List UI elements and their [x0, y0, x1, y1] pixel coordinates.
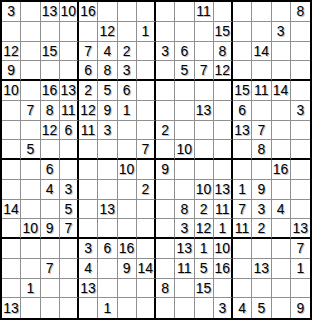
empty-cell-r11c5[interactable]: [79, 200, 98, 220]
empty-cell-r14c6[interactable]: [98, 259, 117, 279]
given-cell-r12c3: 9: [41, 219, 60, 239]
empty-cell-r9c8[interactable]: [137, 160, 156, 180]
given-cell-r7c6: 3: [98, 121, 117, 141]
empty-cell-r5c11[interactable]: [195, 81, 214, 101]
empty-cell-r12c15[interactable]: [272, 219, 291, 239]
empty-cell-r2c3[interactable]: [41, 22, 60, 42]
empty-cell-r8c5[interactable]: [79, 140, 98, 160]
given-cell-r3c5: 7: [79, 42, 98, 62]
empty-cell-r5c16[interactable]: [291, 81, 310, 101]
empty-cell-r1c14[interactable]: [252, 2, 271, 22]
empty-cell-r7c8[interactable]: [137, 121, 156, 141]
empty-cell-r13c3[interactable]: [41, 239, 60, 259]
given-cell-r2c6: 12: [98, 22, 117, 42]
empty-cell-r6c1[interactable]: [2, 101, 21, 121]
empty-cell-r2c14[interactable]: [252, 22, 271, 42]
empty-cell-r4c13[interactable]: [233, 61, 252, 81]
given-cell-r7c5: 11: [79, 121, 98, 141]
empty-cell-r7c16[interactable]: [291, 121, 310, 141]
empty-cell-r1c10[interactable]: [175, 2, 194, 22]
given-cell-r8c2: 5: [21, 140, 40, 160]
given-cell-r3c9: 3: [156, 42, 175, 62]
empty-cell-r16c5[interactable]: [79, 298, 98, 318]
empty-cell-r12c1[interactable]: [2, 219, 21, 239]
empty-cell-r10c1[interactable]: [2, 180, 21, 200]
given-cell-r11c15: 4: [272, 200, 291, 220]
empty-cell-r1c8[interactable]: [137, 2, 156, 22]
empty-cell-r11c7[interactable]: [118, 200, 137, 220]
given-cell-r14c11: 5: [195, 259, 214, 279]
given-cell-r5c6: 5: [98, 81, 117, 101]
empty-cell-r12c6[interactable]: [98, 219, 117, 239]
empty-cell-r1c9[interactable]: [156, 2, 175, 22]
empty-cell-r12c5[interactable]: [79, 219, 98, 239]
empty-cell-r5c2[interactable]: [21, 81, 40, 101]
given-cell-r10c3: 4: [41, 180, 60, 200]
empty-cell-r8c9[interactable]: [156, 140, 175, 160]
empty-cell-r4c2[interactable]: [21, 61, 40, 81]
empty-cell-r7c7[interactable]: [118, 121, 137, 141]
given-cell-r5c1: 10: [2, 81, 21, 101]
empty-cell-r15c14[interactable]: [252, 279, 271, 299]
given-cell-r14c14: 13: [252, 259, 271, 279]
given-cell-r14c12: 16: [214, 259, 233, 279]
empty-cell-r6c12[interactable]: [214, 101, 233, 121]
empty-cell-r10c7[interactable]: [118, 180, 137, 200]
empty-cell-r16c11[interactable]: [195, 298, 214, 318]
given-cell-r6c4: 11: [60, 101, 79, 121]
empty-cell-r12c7[interactable]: [118, 219, 137, 239]
empty-cell-r7c2[interactable]: [21, 121, 40, 141]
empty-cell-r4c8[interactable]: [137, 61, 156, 81]
empty-cell-r15c4[interactable]: [60, 279, 79, 299]
given-cell-r4c10: 5: [175, 61, 194, 81]
empty-cell-r8c15[interactable]: [272, 140, 291, 160]
given-cell-r11c13: 7: [233, 200, 252, 220]
empty-cell-r6c10[interactable]: [175, 101, 194, 121]
empty-cell-r11c8[interactable]: [137, 200, 156, 220]
given-cell-r6c3: 8: [41, 101, 60, 121]
given-cell-r14c8: 14: [137, 259, 156, 279]
empty-cell-r8c7[interactable]: [118, 140, 137, 160]
empty-cell-r2c4[interactable]: [60, 22, 79, 42]
given-cell-r7c4: 6: [60, 121, 79, 141]
empty-cell-r1c12[interactable]: [214, 2, 233, 22]
given-cell-r16c13: 4: [233, 298, 252, 318]
empty-cell-r3c16[interactable]: [291, 42, 310, 62]
given-cell-r14c16: 1: [291, 259, 310, 279]
empty-cell-r14c2[interactable]: [21, 259, 40, 279]
given-cell-r12c13: 11: [233, 219, 252, 239]
empty-cell-r10c9[interactable]: [156, 180, 175, 200]
given-cell-r7c3: 12: [41, 121, 60, 141]
empty-cell-r15c16[interactable]: [291, 279, 310, 299]
empty-cell-r13c15[interactable]: [272, 239, 291, 259]
given-cell-r11c6: 13: [98, 200, 117, 220]
empty-cell-r10c6[interactable]: [98, 180, 117, 200]
empty-cell-r16c4[interactable]: [60, 298, 79, 318]
given-cell-r1c3: 13: [41, 2, 60, 22]
empty-cell-r1c13[interactable]: [233, 2, 252, 22]
empty-cell-r1c15[interactable]: [272, 2, 291, 22]
empty-cell-r6c9[interactable]: [156, 101, 175, 121]
empty-cell-r9c5[interactable]: [79, 160, 98, 180]
given-cell-r11c12: 11: [214, 200, 233, 220]
empty-cell-r4c3[interactable]: [41, 61, 60, 81]
given-cell-r15c2: 1: [21, 279, 40, 299]
empty-cell-r6c8[interactable]: [137, 101, 156, 121]
empty-cell-r2c13[interactable]: [233, 22, 252, 42]
empty-cell-r9c11[interactable]: [195, 160, 214, 180]
empty-cell-r5c10[interactable]: [175, 81, 194, 101]
empty-cell-r10c16[interactable]: [291, 180, 310, 200]
given-cell-r6c7: 1: [118, 101, 137, 121]
given-cell-r14c7: 9: [118, 259, 137, 279]
empty-cell-r3c11[interactable]: [195, 42, 214, 62]
empty-cell-r2c2[interactable]: [21, 22, 40, 42]
given-cell-r10c11: 10: [195, 180, 214, 200]
empty-cell-r11c16[interactable]: [291, 200, 310, 220]
empty-cell-r15c1[interactable]: [2, 279, 21, 299]
empty-cell-r1c7[interactable]: [118, 2, 137, 22]
empty-cell-r10c5[interactable]: [79, 180, 98, 200]
empty-cell-r6c14[interactable]: [252, 101, 271, 121]
given-cell-r10c13: 1: [233, 180, 252, 200]
empty-cell-r3c8[interactable]: [137, 42, 156, 62]
given-cell-r13c12: 10: [214, 239, 233, 259]
empty-cell-r9c12[interactable]: [214, 160, 233, 180]
given-cell-r3c6: 4: [98, 42, 117, 62]
given-cell-r6c6: 9: [98, 101, 117, 121]
empty-cell-r4c4[interactable]: [60, 61, 79, 81]
empty-cell-r10c15[interactable]: [272, 180, 291, 200]
given-cell-r6c16: 3: [291, 101, 310, 121]
given-cell-r2c8: 1: [137, 22, 156, 42]
empty-cell-r3c4[interactable]: [60, 42, 79, 62]
given-cell-r5c13: 15: [233, 81, 252, 101]
given-cell-r15c9: 8: [156, 279, 175, 299]
empty-cell-r13c14[interactable]: [252, 239, 271, 259]
given-cell-r13c5: 3: [79, 239, 98, 259]
given-cell-r14c5: 4: [79, 259, 98, 279]
given-cell-r9c15: 16: [272, 160, 291, 180]
given-cell-r1c4: 10: [60, 2, 79, 22]
empty-cell-r5c9[interactable]: [156, 81, 175, 101]
empty-cell-r8c4[interactable]: [60, 140, 79, 160]
empty-cell-r9c10[interactable]: [175, 160, 194, 180]
given-cell-r7c14: 7: [252, 121, 271, 141]
empty-cell-r5c12[interactable]: [214, 81, 233, 101]
empty-cell-r15c6[interactable]: [98, 279, 117, 299]
given-cell-r3c10: 6: [175, 42, 194, 62]
empty-cell-r15c7[interactable]: [118, 279, 137, 299]
given-cell-r1c16: 8: [291, 2, 310, 22]
empty-cell-r13c2[interactable]: [21, 239, 40, 259]
empty-cell-r9c14[interactable]: [252, 160, 271, 180]
given-cell-r10c12: 13: [214, 180, 233, 200]
given-cell-r3c12: 8: [214, 42, 233, 62]
given-cell-r15c11: 15: [195, 279, 214, 299]
empty-cell-r6c15[interactable]: [272, 101, 291, 121]
empty-cell-r3c13[interactable]: [233, 42, 252, 62]
given-cell-r10c8: 2: [137, 180, 156, 200]
given-cell-r12c11: 12: [195, 219, 214, 239]
given-cell-r12c2: 10: [21, 219, 40, 239]
empty-cell-r16c3[interactable]: [41, 298, 60, 318]
given-cell-r4c7: 3: [118, 61, 137, 81]
given-cell-r5c15: 14: [272, 81, 291, 101]
empty-cell-r10c2[interactable]: [21, 180, 40, 200]
empty-cell-r15c15[interactable]: [272, 279, 291, 299]
given-cell-r5c7: 6: [118, 81, 137, 101]
empty-cell-r4c14[interactable]: [252, 61, 271, 81]
empty-cell-r11c2[interactable]: [21, 200, 40, 220]
empty-cell-r16c2[interactable]: [21, 298, 40, 318]
empty-cell-r4c9[interactable]: [156, 61, 175, 81]
empty-cell-r16c7[interactable]: [118, 298, 137, 318]
given-cell-r3c7: 2: [118, 42, 137, 62]
empty-cell-r7c10[interactable]: [175, 121, 194, 141]
given-cell-r5c5: 2: [79, 81, 98, 101]
given-cell-r5c14: 11: [252, 81, 271, 101]
empty-cell-r10c10[interactable]: [175, 180, 194, 200]
given-cell-r11c1: 14: [2, 200, 21, 220]
empty-cell-r16c8[interactable]: [137, 298, 156, 318]
empty-cell-r3c15[interactable]: [272, 42, 291, 62]
given-cell-r13c10: 13: [175, 239, 194, 259]
given-cell-r5c3: 16: [41, 81, 60, 101]
given-cell-r7c13: 13: [233, 121, 252, 141]
empty-cell-r16c15[interactable]: [272, 298, 291, 318]
given-cell-r6c11: 13: [195, 101, 214, 121]
given-cell-r16c16: 9: [291, 298, 310, 318]
empty-cell-r11c9[interactable]: [156, 200, 175, 220]
given-cell-r13c16: 7: [291, 239, 310, 259]
empty-cell-r1c2[interactable]: [21, 2, 40, 22]
empty-cell-r9c2[interactable]: [21, 160, 40, 180]
given-cell-r5c4: 13: [60, 81, 79, 101]
empty-cell-r8c12[interactable]: [214, 140, 233, 160]
given-cell-r8c8: 7: [137, 140, 156, 160]
given-cell-r1c1: 3: [2, 2, 21, 22]
given-cell-r2c15: 3: [272, 22, 291, 42]
empty-cell-r14c15[interactable]: [272, 259, 291, 279]
empty-cell-r2c1[interactable]: [2, 22, 21, 42]
empty-cell-r13c9[interactable]: [156, 239, 175, 259]
given-cell-r14c3: 7: [41, 259, 60, 279]
given-cell-r12c14: 2: [252, 219, 271, 239]
given-cell-r8c14: 8: [252, 140, 271, 160]
given-cell-r1c5: 16: [79, 2, 98, 22]
empty-cell-r8c11[interactable]: [195, 140, 214, 160]
empty-cell-r2c7[interactable]: [118, 22, 137, 42]
empty-cell-r1c6[interactable]: [98, 2, 117, 22]
empty-cell-r13c1[interactable]: [2, 239, 21, 259]
empty-cell-r9c4[interactable]: [60, 160, 79, 180]
given-cell-r10c4: 3: [60, 180, 79, 200]
empty-cell-r14c1[interactable]: [2, 259, 21, 279]
empty-cell-r12c9[interactable]: [156, 219, 175, 239]
given-cell-r12c16: 13: [291, 219, 310, 239]
given-cell-r4c11: 7: [195, 61, 214, 81]
given-cell-r11c4: 5: [60, 200, 79, 220]
empty-cell-r13c13[interactable]: [233, 239, 252, 259]
empty-cell-r2c9[interactable]: [156, 22, 175, 42]
empty-cell-r2c16[interactable]: [291, 22, 310, 42]
empty-cell-r14c4[interactable]: [60, 259, 79, 279]
empty-cell-r8c16[interactable]: [291, 140, 310, 160]
given-cell-r16c14: 5: [252, 298, 271, 318]
empty-cell-r13c8[interactable]: [137, 239, 156, 259]
empty-cell-r13c4[interactable]: [60, 239, 79, 259]
sudoku-puzzle: 3131016118121153121574236814968357121016…: [0, 0, 312, 320]
given-cell-r12c10: 3: [175, 219, 194, 239]
sudoku-board: 3131016118121153121574236814968357121016…: [0, 0, 312, 320]
given-cell-r3c1: 12: [2, 42, 21, 62]
given-cell-r11c14: 3: [252, 200, 271, 220]
empty-cell-r15c3[interactable]: [41, 279, 60, 299]
empty-cell-r15c8[interactable]: [137, 279, 156, 299]
empty-cell-r11c3[interactable]: [41, 200, 60, 220]
empty-cell-r9c16[interactable]: [291, 160, 310, 180]
given-cell-r13c11: 1: [195, 239, 214, 259]
given-cell-r12c4: 7: [60, 219, 79, 239]
empty-cell-r8c1[interactable]: [2, 140, 21, 160]
empty-cell-r2c11[interactable]: [195, 22, 214, 42]
given-cell-r10c14: 9: [252, 180, 271, 200]
empty-cell-r9c1[interactable]: [2, 160, 21, 180]
given-cell-r14c10: 11: [175, 259, 194, 279]
given-cell-r13c6: 6: [98, 239, 117, 259]
empty-cell-r8c13[interactable]: [233, 140, 252, 160]
empty-cell-r5c8[interactable]: [137, 81, 156, 101]
given-cell-r4c1: 9: [2, 61, 21, 81]
given-cell-r11c11: 2: [195, 200, 214, 220]
given-cell-r6c5: 12: [79, 101, 98, 121]
given-cell-r9c3: 6: [41, 160, 60, 180]
empty-cell-r15c12[interactable]: [214, 279, 233, 299]
given-cell-r15c5: 13: [79, 279, 98, 299]
given-cell-r7c9: 2: [156, 121, 175, 141]
given-cell-r3c14: 14: [252, 42, 271, 62]
empty-cell-r14c9[interactable]: [156, 259, 175, 279]
empty-cell-r3c2[interactable]: [21, 42, 40, 62]
given-cell-r11c10: 8: [175, 200, 194, 220]
empty-cell-r4c15[interactable]: [272, 61, 291, 81]
given-cell-r8c10: 10: [175, 140, 194, 160]
given-cell-r9c7: 10: [118, 160, 137, 180]
empty-cell-r4c16[interactable]: [291, 61, 310, 81]
given-cell-r16c6: 1: [98, 298, 117, 318]
empty-cell-r7c1[interactable]: [2, 121, 21, 141]
empty-cell-r7c15[interactable]: [272, 121, 291, 141]
empty-cell-r9c13[interactable]: [233, 160, 252, 180]
empty-cell-r7c11[interactable]: [195, 121, 214, 141]
given-cell-r13c7: 16: [118, 239, 137, 259]
empty-cell-r15c13[interactable]: [233, 279, 252, 299]
given-cell-r3c3: 15: [41, 42, 60, 62]
empty-cell-r16c10[interactable]: [175, 298, 194, 318]
given-cell-r2c12: 15: [214, 22, 233, 42]
given-cell-r9c9: 9: [156, 160, 175, 180]
empty-cell-r8c6[interactable]: [98, 140, 117, 160]
given-cell-r12c12: 1: [214, 219, 233, 239]
empty-cell-r9c6[interactable]: [98, 160, 117, 180]
empty-cell-r2c10[interactable]: [175, 22, 194, 42]
given-cell-r6c13: 6: [233, 101, 252, 121]
given-cell-r4c6: 8: [98, 61, 117, 81]
empty-cell-r2c5[interactable]: [79, 22, 98, 42]
given-cell-r16c12: 3: [214, 298, 233, 318]
empty-cell-r15c10[interactable]: [175, 279, 194, 299]
empty-cell-r8c3[interactable]: [41, 140, 60, 160]
empty-cell-r7c12[interactable]: [214, 121, 233, 141]
given-cell-r16c1: 13: [2, 298, 21, 318]
given-cell-r1c11: 11: [195, 2, 214, 22]
empty-cell-r14c13[interactable]: [233, 259, 252, 279]
given-cell-r4c12: 12: [214, 61, 233, 81]
empty-cell-r16c9[interactable]: [156, 298, 175, 318]
given-cell-r4c5: 6: [79, 61, 98, 81]
given-cell-r6c2: 7: [21, 101, 40, 121]
empty-cell-r12c8[interactable]: [137, 219, 156, 239]
